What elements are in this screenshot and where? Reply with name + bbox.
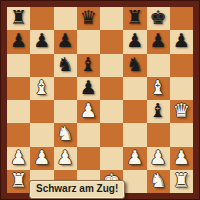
- square-h3[interactable]: [170, 123, 193, 146]
- square-c5[interactable]: [54, 77, 77, 100]
- square-h5[interactable]: [170, 77, 193, 100]
- square-g5[interactable]: ♝: [147, 77, 170, 100]
- square-c7[interactable]: ♟: [54, 30, 77, 53]
- white-rook[interactable]: ♜: [10, 171, 27, 190]
- square-h6[interactable]: [170, 54, 193, 77]
- square-h8[interactable]: [170, 7, 193, 30]
- square-d6[interactable]: ♝: [77, 54, 100, 77]
- square-d3[interactable]: [77, 123, 100, 146]
- square-g6[interactable]: [147, 54, 170, 77]
- square-e3[interactable]: [100, 123, 123, 146]
- square-f7[interactable]: ♟: [123, 30, 146, 53]
- square-b6[interactable]: [30, 54, 53, 77]
- white-bishop[interactable]: ♝: [33, 78, 50, 97]
- black-knight[interactable]: ♞: [126, 55, 143, 74]
- square-f5[interactable]: [123, 77, 146, 100]
- white-pawn[interactable]: ♟: [57, 148, 74, 167]
- white-pawn[interactable]: ♟: [10, 148, 27, 167]
- square-f6[interactable]: ♞: [123, 54, 146, 77]
- black-pawn[interactable]: ♟: [10, 31, 27, 50]
- square-c3[interactable]: ♞: [54, 123, 77, 146]
- square-e5[interactable]: [100, 77, 123, 100]
- square-f8[interactable]: ♜: [123, 7, 146, 30]
- square-a2[interactable]: ♟: [7, 147, 30, 170]
- white-bishop[interactable]: ♝: [150, 78, 167, 97]
- black-pawn[interactable]: ♟: [126, 31, 143, 50]
- black-pawn[interactable]: ♟: [57, 31, 74, 50]
- black-king[interactable]: ♚: [150, 8, 167, 27]
- black-pawn[interactable]: ♟: [150, 31, 167, 50]
- square-a8[interactable]: ♜: [7, 7, 30, 30]
- square-g3[interactable]: [147, 123, 170, 146]
- square-b3[interactable]: [30, 123, 53, 146]
- square-c8[interactable]: [54, 7, 77, 30]
- square-h1[interactable]: ♜: [170, 170, 193, 193]
- white-knight[interactable]: ♞: [57, 124, 74, 143]
- square-g8[interactable]: ♚: [147, 7, 170, 30]
- square-e6[interactable]: [100, 54, 123, 77]
- board-frame: ♜♛♜♚♟♟♟♟♟♟♞♝♞♝♟♝♟♝♛♞♟♟♟♟♟♟♜♚♞♜ Schwarz a…: [0, 0, 200, 200]
- white-pawn[interactable]: ♟: [126, 148, 143, 167]
- black-rook[interactable]: ♜: [126, 8, 143, 27]
- square-a6[interactable]: [7, 54, 30, 77]
- white-rook[interactable]: ♜: [173, 171, 190, 190]
- black-bishop[interactable]: ♝: [150, 101, 167, 120]
- square-h2[interactable]: ♟: [170, 147, 193, 170]
- square-d7[interactable]: [77, 30, 100, 53]
- square-b7[interactable]: ♟: [30, 30, 53, 53]
- white-pawn[interactable]: ♟: [150, 148, 167, 167]
- square-f2[interactable]: ♟: [123, 147, 146, 170]
- square-e2[interactable]: [100, 147, 123, 170]
- black-knight[interactable]: ♞: [57, 55, 74, 74]
- white-queen[interactable]: ♛: [173, 101, 190, 120]
- square-g1[interactable]: ♞: [147, 170, 170, 193]
- black-pawn[interactable]: ♟: [33, 31, 50, 50]
- square-b5[interactable]: ♝: [30, 77, 53, 100]
- square-b8[interactable]: [30, 7, 53, 30]
- square-c6[interactable]: ♞: [54, 54, 77, 77]
- square-c4[interactable]: [54, 100, 77, 123]
- square-a3[interactable]: [7, 123, 30, 146]
- square-d5[interactable]: ♟: [77, 77, 100, 100]
- square-d4[interactable]: ♟: [77, 100, 100, 123]
- black-rook[interactable]: ♜: [10, 8, 27, 27]
- square-e7[interactable]: [100, 30, 123, 53]
- black-pawn[interactable]: ♟: [173, 31, 190, 50]
- chess-board: ♜♛♜♚♟♟♟♟♟♟♞♝♞♝♟♝♟♝♛♞♟♟♟♟♟♟♜♚♞♜: [7, 7, 193, 193]
- square-g2[interactable]: ♟: [147, 147, 170, 170]
- square-a7[interactable]: ♟: [7, 30, 30, 53]
- square-f1[interactable]: [123, 170, 146, 193]
- square-f3[interactable]: [123, 123, 146, 146]
- square-c2[interactable]: ♟: [54, 147, 77, 170]
- white-knight[interactable]: ♞: [150, 171, 167, 190]
- square-d2[interactable]: [77, 147, 100, 170]
- square-d8[interactable]: ♛: [77, 7, 100, 30]
- square-e8[interactable]: [100, 7, 123, 30]
- square-f4[interactable]: [123, 100, 146, 123]
- white-pawn[interactable]: ♟: [33, 148, 50, 167]
- square-a5[interactable]: [7, 77, 30, 100]
- square-b2[interactable]: ♟: [30, 147, 53, 170]
- black-queen[interactable]: ♛: [80, 8, 97, 27]
- square-g7[interactable]: ♟: [147, 30, 170, 53]
- square-h4[interactable]: ♛: [170, 100, 193, 123]
- white-pawn[interactable]: ♟: [80, 101, 97, 120]
- move-indicator-label: Schwarz am Zug!: [29, 180, 125, 199]
- square-a1[interactable]: ♜: [7, 170, 30, 193]
- black-pawn[interactable]: ♟: [80, 78, 97, 97]
- square-a4[interactable]: [7, 100, 30, 123]
- square-g4[interactable]: ♝: [147, 100, 170, 123]
- square-b4[interactable]: [30, 100, 53, 123]
- square-e4[interactable]: [100, 100, 123, 123]
- square-h7[interactable]: ♟: [170, 30, 193, 53]
- black-bishop[interactable]: ♝: [80, 55, 97, 74]
- white-pawn[interactable]: ♟: [173, 148, 190, 167]
